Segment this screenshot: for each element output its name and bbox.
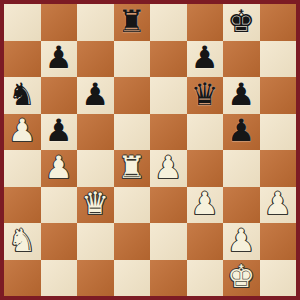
square-b4[interactable]: ♟ bbox=[41, 150, 78, 187]
square-d4[interactable]: ♜ bbox=[114, 150, 151, 187]
square-e3[interactable] bbox=[150, 187, 187, 224]
square-g6[interactable]: ♟ bbox=[223, 77, 260, 114]
square-b3[interactable] bbox=[41, 187, 78, 224]
white-pawn-e4[interactable]: ♟ bbox=[154, 152, 182, 183]
square-c5[interactable] bbox=[77, 114, 114, 151]
square-g5[interactable]: ♟ bbox=[223, 114, 260, 151]
square-a8[interactable] bbox=[4, 4, 41, 41]
square-h8[interactable] bbox=[260, 4, 297, 41]
square-a7[interactable] bbox=[4, 41, 41, 78]
square-h4[interactable] bbox=[260, 150, 297, 187]
black-pawn-b7[interactable]: ♟ bbox=[45, 42, 73, 73]
square-b8[interactable] bbox=[41, 4, 78, 41]
black-rook-d8[interactable]: ♜ bbox=[118, 6, 146, 37]
square-g2[interactable]: ♟ bbox=[223, 223, 260, 260]
white-pawn-b4[interactable]: ♟ bbox=[45, 152, 73, 183]
black-pawn-g5[interactable]: ♟ bbox=[227, 115, 255, 146]
square-g8[interactable]: ♚ bbox=[223, 4, 260, 41]
black-king-g8[interactable]: ♚ bbox=[227, 6, 255, 37]
square-f6[interactable]: ♛ bbox=[187, 77, 224, 114]
square-d1[interactable] bbox=[114, 260, 151, 297]
square-a3[interactable] bbox=[4, 187, 41, 224]
white-pawn-f3[interactable]: ♟ bbox=[191, 188, 219, 219]
square-e6[interactable] bbox=[150, 77, 187, 114]
square-f1[interactable] bbox=[187, 260, 224, 297]
square-c7[interactable] bbox=[77, 41, 114, 78]
black-pawn-f7[interactable]: ♟ bbox=[191, 42, 219, 73]
square-a5[interactable]: ♟ bbox=[4, 114, 41, 151]
square-d5[interactable] bbox=[114, 114, 151, 151]
square-g7[interactable] bbox=[223, 41, 260, 78]
square-b6[interactable] bbox=[41, 77, 78, 114]
square-e1[interactable] bbox=[150, 260, 187, 297]
white-rook-d4[interactable]: ♜ bbox=[118, 152, 146, 183]
white-king-g1[interactable]: ♚ bbox=[227, 261, 255, 292]
square-c6[interactable]: ♟ bbox=[77, 77, 114, 114]
square-h5[interactable] bbox=[260, 114, 297, 151]
white-pawn-h3[interactable]: ♟ bbox=[264, 188, 292, 219]
chess-board-frame: ♜♚♟♟♞♟♛♟♟♟♟♟♜♟♛♟♟♞♟♚ bbox=[0, 0, 300, 300]
square-h7[interactable] bbox=[260, 41, 297, 78]
square-d2[interactable] bbox=[114, 223, 151, 260]
square-f8[interactable] bbox=[187, 4, 224, 41]
square-e5[interactable] bbox=[150, 114, 187, 151]
white-knight-a2[interactable]: ♞ bbox=[8, 225, 36, 256]
black-pawn-c6[interactable]: ♟ bbox=[81, 79, 109, 110]
square-a6[interactable]: ♞ bbox=[4, 77, 41, 114]
square-e2[interactable] bbox=[150, 223, 187, 260]
square-f7[interactable]: ♟ bbox=[187, 41, 224, 78]
square-b1[interactable] bbox=[41, 260, 78, 297]
square-c1[interactable] bbox=[77, 260, 114, 297]
square-a4[interactable] bbox=[4, 150, 41, 187]
square-g4[interactable] bbox=[223, 150, 260, 187]
square-a1[interactable] bbox=[4, 260, 41, 297]
square-d7[interactable] bbox=[114, 41, 151, 78]
square-b2[interactable] bbox=[41, 223, 78, 260]
square-d8[interactable]: ♜ bbox=[114, 4, 151, 41]
square-e8[interactable] bbox=[150, 4, 187, 41]
square-c3[interactable]: ♛ bbox=[77, 187, 114, 224]
black-knight-a6[interactable]: ♞ bbox=[8, 79, 36, 110]
square-h3[interactable]: ♟ bbox=[260, 187, 297, 224]
white-pawn-a5[interactable]: ♟ bbox=[8, 115, 36, 146]
white-pawn-g2[interactable]: ♟ bbox=[227, 225, 255, 256]
square-c2[interactable] bbox=[77, 223, 114, 260]
square-d3[interactable] bbox=[114, 187, 151, 224]
square-h1[interactable] bbox=[260, 260, 297, 297]
square-g3[interactable] bbox=[223, 187, 260, 224]
black-queen-f6[interactable]: ♛ bbox=[191, 79, 219, 110]
chess-board: ♜♚♟♟♞♟♛♟♟♟♟♟♜♟♛♟♟♞♟♚ bbox=[4, 4, 296, 296]
white-queen-c3[interactable]: ♛ bbox=[81, 188, 109, 219]
square-c4[interactable] bbox=[77, 150, 114, 187]
square-h6[interactable] bbox=[260, 77, 297, 114]
black-pawn-g6[interactable]: ♟ bbox=[227, 79, 255, 110]
square-e4[interactable]: ♟ bbox=[150, 150, 187, 187]
square-h2[interactable] bbox=[260, 223, 297, 260]
square-f4[interactable] bbox=[187, 150, 224, 187]
square-f5[interactable] bbox=[187, 114, 224, 151]
square-a2[interactable]: ♞ bbox=[4, 223, 41, 260]
square-f3[interactable]: ♟ bbox=[187, 187, 224, 224]
square-g1[interactable]: ♚ bbox=[223, 260, 260, 297]
square-d6[interactable] bbox=[114, 77, 151, 114]
black-pawn-b5[interactable]: ♟ bbox=[45, 115, 73, 146]
square-b5[interactable]: ♟ bbox=[41, 114, 78, 151]
square-e7[interactable] bbox=[150, 41, 187, 78]
square-c8[interactable] bbox=[77, 4, 114, 41]
square-b7[interactable]: ♟ bbox=[41, 41, 78, 78]
square-f2[interactable] bbox=[187, 223, 224, 260]
